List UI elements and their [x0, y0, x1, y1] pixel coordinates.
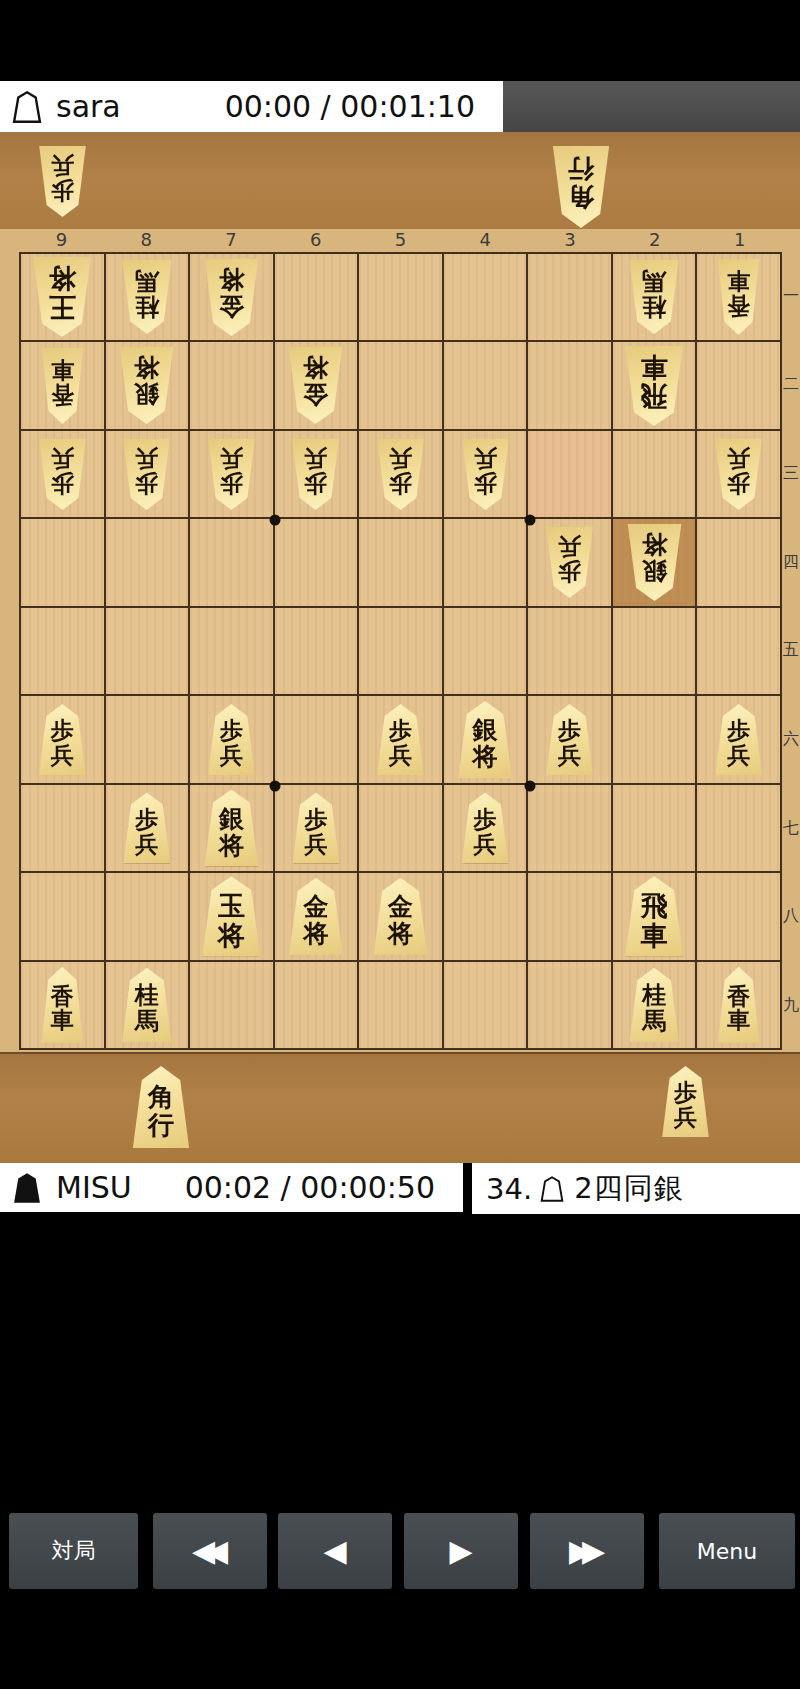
sente-player-clock: 00:02 / 00:00:50 [185, 1170, 435, 1205]
sente-silver[interactable]: 銀将 [455, 701, 516, 778]
square-9-9[interactable]: 香車 [21, 962, 104, 1048]
rewind-icon: ◀◀ [192, 1536, 228, 1566]
piece-kanji: 香車 [727, 976, 750, 1033]
piece-kanji: 桂馬 [135, 267, 159, 326]
piece-kanji: 銀将 [642, 532, 667, 594]
piece-kanji: 歩兵 [727, 446, 750, 503]
sente-gold[interactable]: 金将 [285, 878, 346, 955]
step-forward-button[interactable]: ▶ [404, 1513, 518, 1589]
board-frame: 987654321 一二三四五六七八九 王将桂馬金将桂馬香車香車銀将金将飛車歩兵… [0, 229, 800, 1054]
square-6-6[interactable] [275, 696, 358, 782]
rank-label-6: 六 [782, 729, 800, 750]
sente-knight[interactable]: 桂馬 [626, 968, 682, 1042]
square-9-5[interactable] [21, 608, 104, 694]
piece-kanji: 香車 [51, 357, 74, 414]
square-6-1[interactable] [275, 254, 358, 340]
gote-knight[interactable]: 桂馬 [119, 260, 175, 334]
square-4-3[interactable]: 歩兵 [444, 431, 527, 517]
gote-knight[interactable]: 桂馬 [626, 260, 682, 334]
square-8-6[interactable] [106, 696, 189, 782]
file-label-8: 8 [104, 229, 189, 251]
sente-player-name: MISU [56, 1170, 132, 1205]
sente-hand-slot-0: 角行 [129, 1066, 193, 1148]
square-1-1[interactable]: 香車 [697, 254, 780, 340]
square-5-2[interactable] [359, 342, 442, 428]
gote-lance[interactable]: 香車 [39, 348, 86, 424]
piece-kanji: 歩兵 [51, 711, 74, 768]
square-2-4[interactable]: 銀将 [613, 519, 696, 605]
sente-pawn[interactable]: 歩兵 [36, 704, 89, 775]
sente-gold[interactable]: 金将 [370, 878, 431, 955]
rank-label-3: 三 [782, 463, 800, 484]
piece-kanji: 飛車 [641, 883, 668, 950]
square-1-4[interactable] [697, 519, 780, 605]
piece-kanji: 歩兵 [51, 153, 74, 210]
square-9-4[interactable] [21, 519, 104, 605]
square-3-4[interactable]: 歩兵 [528, 519, 611, 605]
piece-kanji: 歩兵 [674, 1073, 697, 1130]
gote-pawn[interactable]: 歩兵 [374, 439, 427, 510]
square-2-2[interactable]: 飛車 [613, 342, 696, 428]
gote-lance[interactable]: 香車 [715, 259, 762, 335]
sente-pawn[interactable]: 歩兵 [289, 792, 342, 863]
square-8-4[interactable] [106, 519, 189, 605]
square-9-7[interactable] [21, 785, 104, 871]
square-5-8[interactable]: 金将 [359, 873, 442, 959]
square-1-2[interactable] [697, 342, 780, 428]
piece-kanji: 歩兵 [558, 534, 581, 591]
square-2-3[interactable] [613, 431, 696, 517]
piece-kanji: 歩兵 [474, 799, 497, 856]
square-3-3[interactable] [528, 431, 611, 517]
square-9-8[interactable] [21, 873, 104, 959]
square-6-9[interactable] [275, 962, 358, 1048]
rank-label-2: 二 [782, 374, 800, 395]
square-3-2[interactable] [528, 342, 611, 428]
piece-kanji: 歩兵 [389, 446, 412, 503]
rank-label-9: 九 [782, 995, 800, 1016]
menu-button-label: Menu [697, 1539, 757, 1564]
gote-bishop[interactable]: 角行 [549, 146, 613, 228]
gote-hand-slot-0: 歩兵 [36, 146, 89, 217]
gote-player-clock: 00:00 / 00:01:10 [225, 89, 475, 124]
square-9-2[interactable]: 香車 [21, 342, 104, 428]
gote-move-icon [540, 1175, 564, 1203]
step-back-button[interactable]: ◀ [278, 1513, 392, 1589]
file-label-3: 3 [528, 229, 613, 251]
rank-label-1: 一 [782, 286, 800, 307]
square-6-8[interactable]: 金将 [275, 873, 358, 959]
square-5-3[interactable]: 歩兵 [359, 431, 442, 517]
sente-knight[interactable]: 桂馬 [119, 968, 175, 1042]
rank-labels: 一二三四五六七八九 [782, 252, 800, 1050]
square-7-9[interactable] [190, 962, 273, 1048]
sente-rook[interactable]: 飛車 [621, 876, 687, 956]
control-bar: 対局 ◀◀ ◀ ▶ ▶▶ Menu [0, 1513, 800, 1589]
gote-pawn[interactable]: 歩兵 [120, 439, 173, 510]
rank-label-8: 八 [782, 906, 800, 927]
square-5-9[interactable] [359, 962, 442, 1048]
gote-piece-icon [12, 90, 42, 124]
gote-player-box: sara 00:00 / 00:01:10 [0, 81, 503, 132]
star-point [524, 781, 535, 792]
square-2-1[interactable]: 桂馬 [613, 254, 696, 340]
square-4-9[interactable] [444, 962, 527, 1048]
gote-player-name: sara [56, 89, 121, 124]
sente-lance[interactable]: 香車 [715, 967, 762, 1043]
square-4-4[interactable] [444, 519, 527, 605]
piece-kanji: 歩兵 [220, 711, 243, 768]
move-text: 2四同銀 [574, 1169, 683, 1209]
piece-kanji: 角行 [148, 1075, 174, 1139]
sente-pawn[interactable]: 歩兵 [543, 704, 596, 775]
gote-pawn[interactable]: 歩兵 [459, 439, 512, 510]
piece-kanji: 歩兵 [304, 446, 327, 503]
fast-forward-icon: ▶▶ [569, 1536, 605, 1566]
move-number: 34. [486, 1172, 532, 1206]
piece-kanji: 歩兵 [389, 711, 412, 768]
square-7-4[interactable] [190, 519, 273, 605]
square-2-8[interactable]: 飛車 [613, 873, 696, 959]
game-button[interactable]: 対局 [9, 1513, 138, 1589]
piece-kanji: 金将 [303, 885, 328, 947]
sente-silver[interactable]: 銀将 [201, 789, 262, 866]
sente-king[interactable]: 玉将 [198, 876, 264, 956]
file-label-9: 9 [19, 229, 104, 251]
piece-kanji: 王将 [49, 264, 76, 331]
piece-kanji: 香車 [51, 976, 74, 1033]
gote-pawn[interactable]: 歩兵 [543, 527, 596, 598]
piece-kanji: 歩兵 [727, 711, 750, 768]
square-2-9[interactable]: 桂馬 [613, 962, 696, 1048]
star-point [524, 515, 535, 526]
sente-player-box: MISU 00:02 / 00:00:50 [0, 1163, 463, 1212]
rank-label-7: 七 [782, 818, 800, 839]
piece-kanji: 桂馬 [642, 267, 666, 326]
piece-kanji: 歩兵 [474, 446, 497, 503]
square-7-5[interactable] [190, 608, 273, 694]
sente-piece-icon [12, 1171, 42, 1205]
square-7-1[interactable]: 金将 [190, 254, 273, 340]
piece-kanji: 金将 [219, 266, 244, 328]
gote-silver[interactable]: 銀将 [624, 524, 685, 601]
square-6-7[interactable]: 歩兵 [275, 785, 358, 871]
piece-kanji: 角行 [568, 155, 594, 219]
square-2-7[interactable] [613, 785, 696, 871]
square-4-2[interactable] [444, 342, 527, 428]
square-4-5[interactable] [444, 608, 527, 694]
square-1-5[interactable] [697, 608, 780, 694]
file-labels: 987654321 [19, 229, 782, 251]
square-7-8[interactable]: 玉将 [190, 873, 273, 959]
square-1-6[interactable]: 歩兵 [697, 696, 780, 782]
square-3-7[interactable] [528, 785, 611, 871]
gote-pawn[interactable]: 歩兵 [36, 146, 89, 217]
square-5-4[interactable] [359, 519, 442, 605]
piece-kanji: 金将 [388, 885, 413, 947]
square-1-9[interactable]: 香車 [697, 962, 780, 1048]
piece-kanji: 歩兵 [220, 446, 243, 503]
file-label-2: 2 [612, 229, 697, 251]
square-6-4[interactable] [275, 519, 358, 605]
gote-pawn[interactable]: 歩兵 [712, 439, 765, 510]
square-8-3[interactable]: 歩兵 [106, 431, 189, 517]
square-8-1[interactable]: 桂馬 [106, 254, 189, 340]
piece-kanji: 桂馬 [642, 975, 666, 1034]
square-1-3[interactable]: 歩兵 [697, 431, 780, 517]
game-button-label: 対局 [52, 1536, 96, 1566]
shogi-app-screen: sara 00:00 / 00:01:10 歩兵角行 987654321 一二三… [0, 0, 800, 1689]
square-7-2[interactable] [190, 342, 273, 428]
sente-hand-slot-1: 歩兵 [659, 1066, 712, 1137]
file-label-7: 7 [189, 229, 274, 251]
square-1-8[interactable] [697, 873, 780, 959]
square-5-5[interactable] [359, 608, 442, 694]
square-2-6[interactable] [613, 696, 696, 782]
square-4-8[interactable] [444, 873, 527, 959]
last-move-display[interactable]: 34. 2四同銀 [472, 1163, 800, 1214]
bottom-player-bar: MISU 00:02 / 00:00:50 34. 2四同銀 [0, 1163, 800, 1212]
rank-label-4: 四 [782, 552, 800, 573]
piece-kanji: 歩兵 [558, 711, 581, 768]
square-3-9[interactable] [528, 962, 611, 1048]
square-4-1[interactable] [444, 254, 527, 340]
piece-kanji: 銀将 [134, 355, 159, 417]
gote-gold[interactable]: 金将 [285, 347, 346, 424]
gote-silver[interactable]: 銀将 [116, 347, 177, 424]
piece-kanji: 桂馬 [135, 975, 159, 1034]
star-point [270, 781, 281, 792]
file-label-6: 6 [273, 229, 358, 251]
square-4-6[interactable]: 銀将 [444, 696, 527, 782]
square-5-6[interactable]: 歩兵 [359, 696, 442, 782]
gote-gold[interactable]: 金将 [201, 259, 262, 336]
square-9-1[interactable]: 王将 [21, 254, 104, 340]
gote-pawn[interactable]: 歩兵 [205, 439, 258, 510]
forward-icon: ▶ [449, 1536, 472, 1566]
piece-kanji: 歩兵 [304, 799, 327, 856]
piece-kanji: 飛車 [641, 352, 668, 419]
square-6-5[interactable] [275, 608, 358, 694]
square-4-7[interactable]: 歩兵 [444, 785, 527, 871]
square-8-2[interactable]: 銀将 [106, 342, 189, 428]
menu-button[interactable]: Menu [659, 1513, 795, 1589]
square-9-3[interactable]: 歩兵 [21, 431, 104, 517]
gote-rook[interactable]: 飛車 [621, 346, 687, 426]
square-3-6[interactable]: 歩兵 [528, 696, 611, 782]
square-8-5[interactable] [106, 608, 189, 694]
square-9-6[interactable]: 歩兵 [21, 696, 104, 782]
sente-pawn[interactable]: 歩兵 [712, 704, 765, 775]
sente-bishop[interactable]: 角行 [129, 1066, 193, 1148]
square-3-1[interactable] [528, 254, 611, 340]
piece-kanji: 銀将 [473, 708, 498, 770]
gote-pawn[interactable]: 歩兵 [289, 439, 342, 510]
square-3-8[interactable] [528, 873, 611, 959]
shogi-board: 王将桂馬金将桂馬香車香車銀将金将飛車歩兵歩兵歩兵歩兵歩兵歩兵歩兵歩兵銀将歩兵歩兵… [19, 252, 782, 1050]
status-bar [0, 0, 800, 81]
square-5-7[interactable] [359, 785, 442, 871]
sente-pawn[interactable]: 歩兵 [120, 792, 173, 863]
fast-forward-button[interactable]: ▶▶ [530, 1513, 644, 1589]
rank-label-5: 五 [782, 640, 800, 661]
piece-kanji: 玉将 [218, 883, 245, 950]
sente-pawn[interactable]: 歩兵 [205, 704, 258, 775]
piece-kanji: 金将 [303, 355, 328, 417]
rewind-to-start-button[interactable]: ◀◀ [153, 1513, 267, 1589]
square-2-5[interactable] [613, 608, 696, 694]
square-5-1[interactable] [359, 254, 442, 340]
square-7-7[interactable]: 銀将 [190, 785, 273, 871]
file-label-1: 1 [697, 229, 782, 251]
piece-kanji: 歩兵 [135, 446, 158, 503]
square-7-3[interactable]: 歩兵 [190, 431, 273, 517]
square-7-6[interactable]: 歩兵 [190, 696, 273, 782]
sente-lance[interactable]: 香車 [39, 967, 86, 1043]
sente-hand-tray: 角行歩兵 [0, 1052, 800, 1165]
square-6-2[interactable]: 金将 [275, 342, 358, 428]
sente-pawn[interactable]: 歩兵 [659, 1066, 712, 1137]
file-label-5: 5 [358, 229, 443, 251]
gote-king[interactable]: 王将 [29, 257, 95, 337]
sente-pawn[interactable]: 歩兵 [459, 792, 512, 863]
star-point [270, 515, 281, 526]
piece-kanji: 銀将 [219, 797, 244, 859]
top-player-bar: sara 00:00 / 00:01:10 [0, 81, 800, 132]
sente-pawn[interactable]: 歩兵 [374, 704, 427, 775]
square-8-8[interactable] [106, 873, 189, 959]
piece-kanji: 歩兵 [135, 799, 158, 856]
piece-kanji: 歩兵 [51, 446, 74, 503]
square-8-9[interactable]: 桂馬 [106, 962, 189, 1048]
piece-kanji: 香車 [727, 269, 750, 326]
back-icon: ◀ [323, 1536, 346, 1566]
square-8-7[interactable]: 歩兵 [106, 785, 189, 871]
gote-hand-slot-1: 角行 [549, 146, 613, 228]
square-3-5[interactable] [528, 608, 611, 694]
square-6-3[interactable]: 歩兵 [275, 431, 358, 517]
gote-pawn[interactable]: 歩兵 [36, 439, 89, 510]
square-1-7[interactable] [697, 785, 780, 871]
file-label-4: 4 [443, 229, 528, 251]
